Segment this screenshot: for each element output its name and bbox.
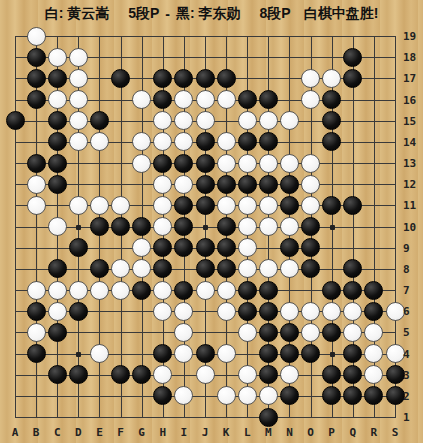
stone-white-M2 <box>259 386 278 405</box>
stone-white-G9 <box>132 238 151 257</box>
stone-white-H11 <box>153 196 172 215</box>
col-label-Q: Q <box>349 426 356 439</box>
col-label-D: D <box>75 426 82 439</box>
stone-black-J11 <box>196 196 215 215</box>
stone-white-B12 <box>27 175 46 194</box>
stone-black-I10 <box>174 217 193 236</box>
stone-white-N13 <box>280 154 299 173</box>
stone-white-N10 <box>280 217 299 236</box>
row-label-14: 14 <box>403 135 416 148</box>
stone-black-M5 <box>259 323 278 342</box>
col-label-C: C <box>54 426 61 439</box>
stone-black-B16 <box>27 90 46 109</box>
stone-white-M11 <box>259 196 278 215</box>
row-label-2: 2 <box>403 389 410 402</box>
col-label-S: S <box>392 426 399 439</box>
stone-white-P6 <box>322 302 341 321</box>
stone-white-L10 <box>238 217 257 236</box>
stone-black-H8 <box>153 259 172 278</box>
stone-black-H13 <box>153 154 172 173</box>
stone-black-Q18 <box>343 48 362 67</box>
stone-white-Q5 <box>343 323 362 342</box>
stone-black-J12 <box>196 175 215 194</box>
stone-white-N8 <box>280 259 299 278</box>
stone-black-C3 <box>48 365 67 384</box>
stone-white-L11 <box>238 196 257 215</box>
stone-white-H10 <box>153 217 172 236</box>
stone-black-K10 <box>217 217 236 236</box>
stone-black-H16 <box>153 90 172 109</box>
col-label-H: H <box>159 426 166 439</box>
stone-black-O9 <box>301 238 320 257</box>
stone-black-Q2 <box>343 386 362 405</box>
stone-white-I6 <box>174 302 193 321</box>
stone-black-P16 <box>322 90 341 109</box>
stone-black-J9 <box>196 238 215 257</box>
stone-white-H3 <box>153 365 172 384</box>
stone-black-E8 <box>90 259 109 278</box>
stone-black-S3 <box>386 365 405 384</box>
stone-white-K14 <box>217 132 236 151</box>
stone-black-P2 <box>322 386 341 405</box>
stone-black-C17 <box>48 69 67 88</box>
stone-black-C13 <box>48 154 67 173</box>
stone-black-O10 <box>301 217 320 236</box>
stone-black-J4 <box>196 344 215 363</box>
stone-white-O17 <box>301 69 320 88</box>
stone-white-L9 <box>238 238 257 257</box>
stone-black-S2 <box>386 386 405 405</box>
stone-black-M6 <box>259 302 278 321</box>
col-label-I: I <box>181 426 188 439</box>
row-label-5: 5 <box>403 326 410 339</box>
stone-black-R2 <box>364 386 383 405</box>
stone-white-F7 <box>111 281 130 300</box>
stone-white-I15 <box>174 111 193 130</box>
stone-black-I13 <box>174 154 193 173</box>
stone-black-M1 <box>259 408 278 427</box>
stone-black-M16 <box>259 90 278 109</box>
go-game-viewer: 白: 黄云嵩 5段P - 黑: 李东勋 8段P 白棋中盘胜! ABCDEFGHI… <box>0 0 423 443</box>
stone-white-H12 <box>153 175 172 194</box>
stone-black-K12 <box>217 175 236 194</box>
stone-white-B5 <box>27 323 46 342</box>
row-label-15: 15 <box>403 114 416 127</box>
row-label-11: 11 <box>403 199 416 212</box>
stone-black-G3 <box>132 365 151 384</box>
stone-white-I12 <box>174 175 193 194</box>
stone-black-K9 <box>217 238 236 257</box>
stone-white-N6 <box>280 302 299 321</box>
stone-black-J17 <box>196 69 215 88</box>
col-label-B: B <box>33 426 40 439</box>
stone-white-M13 <box>259 154 278 173</box>
stone-white-O5 <box>301 323 320 342</box>
stone-white-C6 <box>48 302 67 321</box>
star-point <box>330 225 335 230</box>
stone-black-C14 <box>48 132 67 151</box>
stone-white-E11 <box>90 196 109 215</box>
stone-black-B6 <box>27 302 46 321</box>
stone-white-B11 <box>27 196 46 215</box>
stone-black-C15 <box>48 111 67 130</box>
stone-white-O13 <box>301 154 320 173</box>
stone-white-B7 <box>27 281 46 300</box>
stone-black-D6 <box>69 302 88 321</box>
row-label-10: 10 <box>403 220 416 233</box>
stone-black-C12 <box>48 175 67 194</box>
stone-black-N2 <box>280 386 299 405</box>
stone-white-C7 <box>48 281 67 300</box>
stone-black-H9 <box>153 238 172 257</box>
stone-white-E14 <box>90 132 109 151</box>
stone-black-F10 <box>111 217 130 236</box>
stone-black-L7 <box>238 281 257 300</box>
col-label-O: O <box>307 426 314 439</box>
star-point <box>76 352 81 357</box>
stone-white-C10 <box>48 217 67 236</box>
stone-black-K17 <box>217 69 236 88</box>
stone-white-F8 <box>111 259 130 278</box>
stone-black-N11 <box>280 196 299 215</box>
stone-black-B17 <box>27 69 46 88</box>
stone-black-M3 <box>259 365 278 384</box>
stone-white-D7 <box>69 281 88 300</box>
stone-white-C18 <box>48 48 67 67</box>
stone-black-Q17 <box>343 69 362 88</box>
stone-white-M8 <box>259 259 278 278</box>
row-label-8: 8 <box>403 262 410 275</box>
stone-black-J14 <box>196 132 215 151</box>
stone-white-Q6 <box>343 302 362 321</box>
stone-black-B4 <box>27 344 46 363</box>
stone-white-C16 <box>48 90 67 109</box>
col-label-K: K <box>223 426 230 439</box>
stone-white-I2 <box>174 386 193 405</box>
stone-black-E15 <box>90 111 109 130</box>
stone-white-J3 <box>196 365 215 384</box>
stone-white-I5 <box>174 323 193 342</box>
stone-black-O4 <box>301 344 320 363</box>
row-label-7: 7 <box>403 284 410 297</box>
stone-white-P17 <box>322 69 341 88</box>
row-label-16: 16 <box>403 93 416 106</box>
stone-black-P5 <box>322 323 341 342</box>
stone-white-S6 <box>386 302 405 321</box>
row-label-19: 19 <box>403 30 416 43</box>
stone-black-A15 <box>6 111 25 130</box>
stone-black-P7 <box>322 281 341 300</box>
stone-black-L14 <box>238 132 257 151</box>
stone-white-L3 <box>238 365 257 384</box>
stone-white-K13 <box>217 154 236 173</box>
stone-black-C5 <box>48 323 67 342</box>
stone-black-I11 <box>174 196 193 215</box>
stone-white-N15 <box>280 111 299 130</box>
stone-black-L12 <box>238 175 257 194</box>
stone-black-Q11 <box>343 196 362 215</box>
stone-black-D3 <box>69 365 88 384</box>
stone-black-I17 <box>174 69 193 88</box>
stone-black-P14 <box>322 132 341 151</box>
stone-white-D15 <box>69 111 88 130</box>
stone-white-B19 <box>27 27 46 46</box>
stone-black-E10 <box>90 217 109 236</box>
stone-black-I9 <box>174 238 193 257</box>
stone-white-L5 <box>238 323 257 342</box>
stone-black-Q7 <box>343 281 362 300</box>
stone-white-G13 <box>132 154 151 173</box>
stone-white-G8 <box>132 259 151 278</box>
stone-white-S4 <box>386 344 405 363</box>
star-point <box>330 352 335 357</box>
stone-black-O8 <box>301 259 320 278</box>
stone-black-M14 <box>259 132 278 151</box>
stone-white-H15 <box>153 111 172 130</box>
stone-white-D11 <box>69 196 88 215</box>
stone-black-M4 <box>259 344 278 363</box>
stone-black-B18 <box>27 48 46 67</box>
stone-black-J8 <box>196 259 215 278</box>
stone-white-D18 <box>69 48 88 67</box>
stone-black-Q4 <box>343 344 362 363</box>
stone-black-C8 <box>48 259 67 278</box>
stone-black-Q3 <box>343 365 362 384</box>
col-label-N: N <box>286 426 293 439</box>
stone-white-H6 <box>153 302 172 321</box>
star-point <box>203 225 208 230</box>
stone-black-I7 <box>174 281 193 300</box>
stone-white-K7 <box>217 281 236 300</box>
stone-white-M10 <box>259 217 278 236</box>
stone-black-R7 <box>364 281 383 300</box>
stone-white-O12 <box>301 175 320 194</box>
stone-white-E7 <box>90 281 109 300</box>
stone-white-R3 <box>364 365 383 384</box>
stone-black-J13 <box>196 154 215 173</box>
stone-white-K4 <box>217 344 236 363</box>
col-label-E: E <box>96 426 103 439</box>
go-board[interactable]: ABCDEFGHIJKLMNOPQRS191817161514131211109… <box>0 0 423 443</box>
stone-white-L2 <box>238 386 257 405</box>
stone-white-K6 <box>217 302 236 321</box>
stone-white-L8 <box>238 259 257 278</box>
col-label-G: G <box>138 426 145 439</box>
row-label-18: 18 <box>403 51 416 64</box>
col-label-P: P <box>328 426 335 439</box>
stone-black-R6 <box>364 302 383 321</box>
stone-black-L6 <box>238 302 257 321</box>
col-label-A: A <box>12 426 19 439</box>
stone-black-H4 <box>153 344 172 363</box>
stone-black-P11 <box>322 196 341 215</box>
stone-white-L13 <box>238 154 257 173</box>
row-label-4: 4 <box>403 347 410 360</box>
stone-black-P3 <box>322 365 341 384</box>
stone-white-D17 <box>69 69 88 88</box>
stone-white-F11 <box>111 196 130 215</box>
stone-black-F3 <box>111 365 130 384</box>
stone-white-O16 <box>301 90 320 109</box>
stone-white-H14 <box>153 132 172 151</box>
stone-black-P15 <box>322 111 341 130</box>
col-label-F: F <box>117 426 124 439</box>
stone-black-D9 <box>69 238 88 257</box>
stone-white-H7 <box>153 281 172 300</box>
stone-white-K11 <box>217 196 236 215</box>
row-label-13: 13 <box>403 157 416 170</box>
stone-white-E4 <box>90 344 109 363</box>
stone-black-M7 <box>259 281 278 300</box>
stone-white-R4 <box>364 344 383 363</box>
row-label-17: 17 <box>403 72 416 85</box>
col-label-M: M <box>265 426 272 439</box>
stone-white-K16 <box>217 90 236 109</box>
stone-white-J15 <box>196 111 215 130</box>
stone-black-N4 <box>280 344 299 363</box>
row-label-12: 12 <box>403 178 416 191</box>
stone-black-H2 <box>153 386 172 405</box>
stone-white-K2 <box>217 386 236 405</box>
stone-black-N5 <box>280 323 299 342</box>
stone-white-M15 <box>259 111 278 130</box>
stone-white-G14 <box>132 132 151 151</box>
stone-black-G7 <box>132 281 151 300</box>
stone-white-D14 <box>69 132 88 151</box>
stone-white-J16 <box>196 90 215 109</box>
row-label-3: 3 <box>403 368 410 381</box>
stone-white-J7 <box>196 281 215 300</box>
stone-black-L16 <box>238 90 257 109</box>
row-label-1: 1 <box>403 411 410 424</box>
stone-black-B13 <box>27 154 46 173</box>
grid-line-h-1 <box>15 417 396 418</box>
stone-black-Q8 <box>343 259 362 278</box>
row-label-9: 9 <box>403 241 410 254</box>
stone-white-D16 <box>69 90 88 109</box>
row-label-6: 6 <box>403 305 410 318</box>
stone-white-N3 <box>280 365 299 384</box>
stone-white-I4 <box>174 344 193 363</box>
stone-white-I16 <box>174 90 193 109</box>
stone-white-R5 <box>364 323 383 342</box>
stone-white-L15 <box>238 111 257 130</box>
star-point <box>76 225 81 230</box>
stone-black-M12 <box>259 175 278 194</box>
stone-white-G16 <box>132 90 151 109</box>
col-label-J: J <box>202 426 209 439</box>
col-label-R: R <box>371 426 378 439</box>
stone-black-F17 <box>111 69 130 88</box>
stone-white-I14 <box>174 132 193 151</box>
stone-white-O11 <box>301 196 320 215</box>
stone-black-N12 <box>280 175 299 194</box>
stone-black-N9 <box>280 238 299 257</box>
stone-white-O6 <box>301 302 320 321</box>
stone-black-K8 <box>217 259 236 278</box>
stone-black-G10 <box>132 217 151 236</box>
stone-black-H17 <box>153 69 172 88</box>
col-label-L: L <box>244 426 251 439</box>
